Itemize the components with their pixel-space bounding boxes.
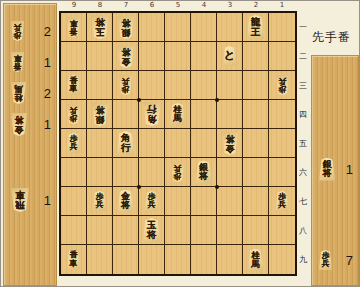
- square-2-1[interactable]: 龍王: [243, 13, 269, 42]
- rank-label: 四: [298, 100, 308, 129]
- gote-piece-香車[interactable]: 香車: [10, 52, 25, 72]
- gote-piece-歩兵[interactable]: 歩兵: [118, 75, 133, 95]
- square-9-2[interactable]: [61, 42, 87, 71]
- sente-piece-角行[interactable]: 角行: [116, 131, 136, 155]
- square-2-4[interactable]: [243, 100, 269, 129]
- square-7-4[interactable]: [113, 100, 139, 129]
- square-2-7[interactable]: [243, 187, 269, 216]
- square-2-9[interactable]: 桂馬: [243, 245, 269, 274]
- square-7-9[interactable]: [113, 245, 139, 274]
- gote-hand-count: 2: [44, 86, 51, 101]
- square-1-9[interactable]: [269, 245, 295, 274]
- square-6-2[interactable]: [139, 42, 165, 71]
- square-7-3[interactable]: 歩兵: [113, 71, 139, 100]
- gote-hand-stand: 歩兵2香車1桂馬2金将1飛車1: [3, 3, 57, 286]
- file-label: 5: [165, 1, 191, 10]
- sente-piece-歩兵[interactable]: 歩兵: [144, 191, 159, 211]
- square-9-7[interactable]: [61, 187, 87, 216]
- square-9-1[interactable]: 香車: [61, 13, 87, 42]
- file-label: 9: [61, 1, 87, 10]
- square-6-3[interactable]: [139, 71, 165, 100]
- square-8-4[interactable]: 銀将: [87, 100, 113, 129]
- sente-piece-歩兵[interactable]: 歩兵: [92, 191, 107, 211]
- gote-piece-銀将[interactable]: 銀将: [117, 16, 135, 39]
- square-3-5[interactable]: 金将: [217, 129, 243, 158]
- square-3-4[interactable]: [217, 100, 243, 129]
- sente-piece-桂馬[interactable]: 桂馬: [247, 249, 264, 271]
- square-5-3[interactable]: [165, 71, 191, 100]
- square-6-5[interactable]: [139, 129, 165, 158]
- rank-label: 八: [298, 216, 308, 245]
- file-label: 6: [139, 1, 165, 10]
- gote-hand-item: 飛車1: [4, 185, 56, 215]
- gote-piece-角行[interactable]: 角行: [142, 102, 162, 126]
- turn-indicator: 先手番: [312, 29, 351, 46]
- gote-piece-金将[interactable]: 金将: [117, 45, 135, 68]
- square-5-5[interactable]: [165, 129, 191, 158]
- star-point: [215, 185, 219, 189]
- square-1-8[interactable]: [269, 216, 295, 245]
- square-9-6[interactable]: [61, 158, 87, 187]
- file-label: 4: [191, 1, 217, 10]
- file-label: 8: [87, 1, 113, 10]
- gote-piece-歩兵[interactable]: 歩兵: [10, 21, 25, 41]
- square-5-2[interactable]: [165, 42, 191, 71]
- file-label: 7: [113, 1, 139, 10]
- gote-piece-金将[interactable]: 金将: [10, 113, 28, 136]
- square-8-9[interactable]: [87, 245, 113, 274]
- shogi-diagram: 歩兵2香車1桂馬2金将1飛車1 987654321 香車玉将銀将龍王金将と香車歩…: [0, 0, 360, 287]
- square-4-2[interactable]: [191, 42, 217, 71]
- gote-hand-item: 歩兵2: [4, 16, 56, 46]
- square-7-2[interactable]: 金将: [113, 42, 139, 71]
- square-9-9[interactable]: 香車: [61, 245, 87, 274]
- sente-piece-歩兵[interactable]: 歩兵: [275, 191, 290, 211]
- rank-label: 一: [298, 13, 308, 42]
- square-9-3[interactable]: 香車: [61, 71, 87, 100]
- rank-label: 六: [298, 158, 308, 187]
- square-1-6[interactable]: [269, 158, 295, 187]
- square-2-5[interactable]: [243, 129, 269, 158]
- square-2-2[interactable]: [243, 42, 269, 71]
- square-8-1[interactable]: 玉将: [87, 13, 113, 42]
- star-point: [137, 98, 141, 102]
- gote-hand-item: 金将1: [4, 109, 56, 139]
- square-8-2[interactable]: [87, 42, 113, 71]
- sente-piece-金将[interactable]: 金将: [117, 190, 135, 213]
- gote-hand-item: 香車1: [4, 47, 56, 77]
- file-label: 1: [269, 1, 295, 10]
- gote-piece-銀将[interactable]: 銀将: [91, 103, 109, 126]
- square-4-1[interactable]: [191, 13, 217, 42]
- square-7-6[interactable]: [113, 158, 139, 187]
- square-3-2[interactable]: と: [217, 42, 243, 71]
- gote-hand-count: 1: [44, 193, 51, 208]
- square-6-9[interactable]: [139, 245, 165, 274]
- gote-hand-count: 2: [44, 24, 51, 39]
- gote-piece-香車[interactable]: 香車: [66, 17, 81, 37]
- sente-piece-香車[interactable]: 香車: [66, 75, 81, 95]
- square-6-1[interactable]: [139, 13, 165, 42]
- sente-hand-stand: 銀将1歩兵7: [311, 55, 359, 286]
- square-8-8[interactable]: [87, 216, 113, 245]
- rank-labels: 一二三四五六七八九: [298, 13, 308, 274]
- square-8-3[interactable]: [87, 71, 113, 100]
- square-3-7[interactable]: [217, 187, 243, 216]
- square-5-1[interactable]: [165, 13, 191, 42]
- square-4-6[interactable]: 銀将: [191, 158, 217, 187]
- gote-hand-item: 桂馬2: [4, 78, 56, 108]
- sente-piece-桂馬[interactable]: 桂馬: [169, 103, 186, 125]
- sente-piece-歩兵[interactable]: 歩兵: [318, 250, 333, 270]
- sente-piece-歩兵[interactable]: 歩兵: [66, 133, 81, 153]
- gote-piece-歩兵[interactable]: 歩兵: [275, 75, 290, 95]
- file-label: 2: [243, 1, 269, 10]
- square-2-6[interactable]: [243, 158, 269, 187]
- square-5-7[interactable]: [165, 187, 191, 216]
- square-1-1[interactable]: [269, 13, 295, 42]
- square-6-4[interactable]: 角行: [139, 100, 165, 129]
- rank-label: 九: [298, 245, 308, 274]
- square-8-5[interactable]: [87, 129, 113, 158]
- square-3-9[interactable]: [217, 245, 243, 274]
- rank-label: 七: [298, 187, 308, 216]
- star-point: [137, 185, 141, 189]
- square-1-2[interactable]: [269, 42, 295, 71]
- square-5-9[interactable]: [165, 245, 191, 274]
- square-1-5[interactable]: [269, 129, 295, 158]
- square-6-6[interactable]: [139, 158, 165, 187]
- square-6-8[interactable]: 玉将: [139, 216, 165, 245]
- rank-label: 三: [298, 71, 308, 100]
- square-4-8[interactable]: [191, 216, 217, 245]
- file-labels: 987654321: [61, 1, 295, 10]
- square-1-4[interactable]: [269, 100, 295, 129]
- rank-label: 五: [298, 129, 308, 158]
- square-5-4[interactable]: 桂馬: [165, 100, 191, 129]
- sente-piece-銀将[interactable]: 銀将: [318, 158, 336, 181]
- sente-hand-item: 歩兵7: [312, 245, 358, 275]
- square-4-7[interactable]: [191, 187, 217, 216]
- square-5-6[interactable]: 歩兵: [165, 158, 191, 187]
- square-8-7[interactable]: 歩兵: [87, 187, 113, 216]
- file-label: 3: [217, 1, 243, 10]
- gote-piece-飛車[interactable]: 飛車: [10, 188, 30, 212]
- square-9-8[interactable]: [61, 216, 87, 245]
- square-6-7[interactable]: 歩兵: [139, 187, 165, 216]
- square-7-7[interactable]: 金将: [113, 187, 139, 216]
- gote-hand-count: 1: [44, 55, 51, 70]
- square-7-8[interactable]: [113, 216, 139, 245]
- gote-piece-金将[interactable]: 金将: [221, 132, 239, 155]
- gote-piece-桂馬[interactable]: 桂馬: [10, 82, 27, 104]
- square-3-3[interactable]: [217, 71, 243, 100]
- sente-piece-香車[interactable]: 香車: [66, 250, 81, 270]
- gote-piece-玉将[interactable]: 玉将: [90, 15, 110, 39]
- square-9-4[interactable]: 歩兵: [61, 100, 87, 129]
- shogi-board: 香車玉将銀将龍王金将と香車歩兵歩兵歩兵銀将角行桂馬歩兵角行金将歩兵銀将歩兵金将歩…: [59, 11, 297, 276]
- sente-piece-銀将[interactable]: 銀将: [195, 161, 213, 184]
- sente-hand-count: 1: [346, 162, 353, 177]
- square-9-5[interactable]: 歩兵: [61, 129, 87, 158]
- gote-piece-歩兵[interactable]: 歩兵: [66, 104, 81, 124]
- star-point: [215, 98, 219, 102]
- square-4-9[interactable]: [191, 245, 217, 274]
- gote-hand-count: 1: [44, 117, 51, 132]
- square-3-1[interactable]: [217, 13, 243, 42]
- square-4-3[interactable]: [191, 71, 217, 100]
- square-3-8[interactable]: [217, 216, 243, 245]
- square-3-6[interactable]: [217, 158, 243, 187]
- square-5-8[interactable]: [165, 216, 191, 245]
- sente-hand-item: 銀将1: [312, 154, 358, 184]
- square-1-3[interactable]: 歩兵: [269, 71, 295, 100]
- square-8-6[interactable]: [87, 158, 113, 187]
- gote-piece-歩兵[interactable]: 歩兵: [170, 162, 185, 182]
- sente-piece-と[interactable]: と: [222, 46, 237, 66]
- square-2-8[interactable]: [243, 216, 269, 245]
- square-7-5[interactable]: 角行: [113, 129, 139, 158]
- square-2-3[interactable]: [243, 71, 269, 100]
- square-1-7[interactable]: 歩兵: [269, 187, 295, 216]
- square-7-1[interactable]: 銀将: [113, 13, 139, 42]
- rank-label: 二: [298, 42, 308, 71]
- square-4-4[interactable]: [191, 100, 217, 129]
- sente-piece-玉将[interactable]: 玉将: [142, 218, 162, 242]
- square-4-5[interactable]: [191, 129, 217, 158]
- sente-piece-龍王[interactable]: 龍王: [246, 15, 266, 39]
- sente-hand-count: 7: [346, 253, 353, 268]
